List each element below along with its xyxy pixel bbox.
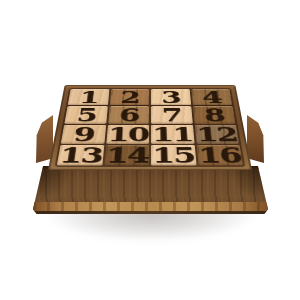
tile-13[interactable]: 13 bbox=[57, 145, 104, 166]
tile-9[interactable]: 9 bbox=[61, 125, 106, 144]
tile-8[interactable]: 8 bbox=[193, 106, 236, 123]
tile-1[interactable]: 1 bbox=[68, 89, 109, 105]
tile-12[interactable]: 12 bbox=[194, 125, 239, 144]
tile-number-label: 11 bbox=[152, 125, 193, 144]
tile-number-label: 5 bbox=[75, 106, 97, 123]
tile-15[interactable]: 15 bbox=[151, 145, 196, 166]
tile-4[interactable]: 4 bbox=[191, 89, 232, 105]
tile-number-label: 6 bbox=[118, 106, 138, 123]
tray-right-rail bbox=[247, 115, 264, 163]
tile-number-label: 10 bbox=[107, 125, 148, 144]
tile-number-label: 8 bbox=[203, 106, 225, 123]
product-photo-scene: 12345678910111213141516 bbox=[0, 0, 300, 300]
box-front-face bbox=[33, 166, 268, 214]
tile-number-label: 15 bbox=[152, 145, 195, 166]
tile-3[interactable]: 3 bbox=[151, 89, 191, 105]
box-front-lower-band bbox=[33, 202, 268, 211]
tile-number-label: 1 bbox=[78, 89, 99, 105]
tile-number-label: 13 bbox=[58, 145, 103, 166]
tile-number-label: 7 bbox=[161, 106, 181, 123]
tile-number-label: 4 bbox=[201, 89, 222, 105]
tile-number-label: 14 bbox=[105, 145, 148, 166]
tile-number-label: 12 bbox=[195, 125, 238, 144]
tile-number-label: 9 bbox=[72, 125, 95, 144]
tile-6[interactable]: 6 bbox=[108, 106, 149, 123]
tile-number-label: 16 bbox=[197, 145, 242, 166]
tile-10[interactable]: 10 bbox=[106, 125, 149, 144]
tile-7[interactable]: 7 bbox=[151, 106, 192, 123]
tile-16[interactable]: 16 bbox=[196, 145, 243, 166]
puzzle-board: 12345678910111213141516 bbox=[48, 85, 252, 170]
tile-grid: 12345678910111213141516 bbox=[57, 89, 243, 165]
tile-14[interactable]: 14 bbox=[104, 145, 149, 166]
tile-2[interactable]: 2 bbox=[109, 89, 149, 105]
tile-5[interactable]: 5 bbox=[64, 106, 107, 123]
tile-number-label: 2 bbox=[120, 89, 139, 105]
tile-11[interactable]: 11 bbox=[151, 125, 194, 144]
tile-number-label: 3 bbox=[161, 89, 180, 105]
